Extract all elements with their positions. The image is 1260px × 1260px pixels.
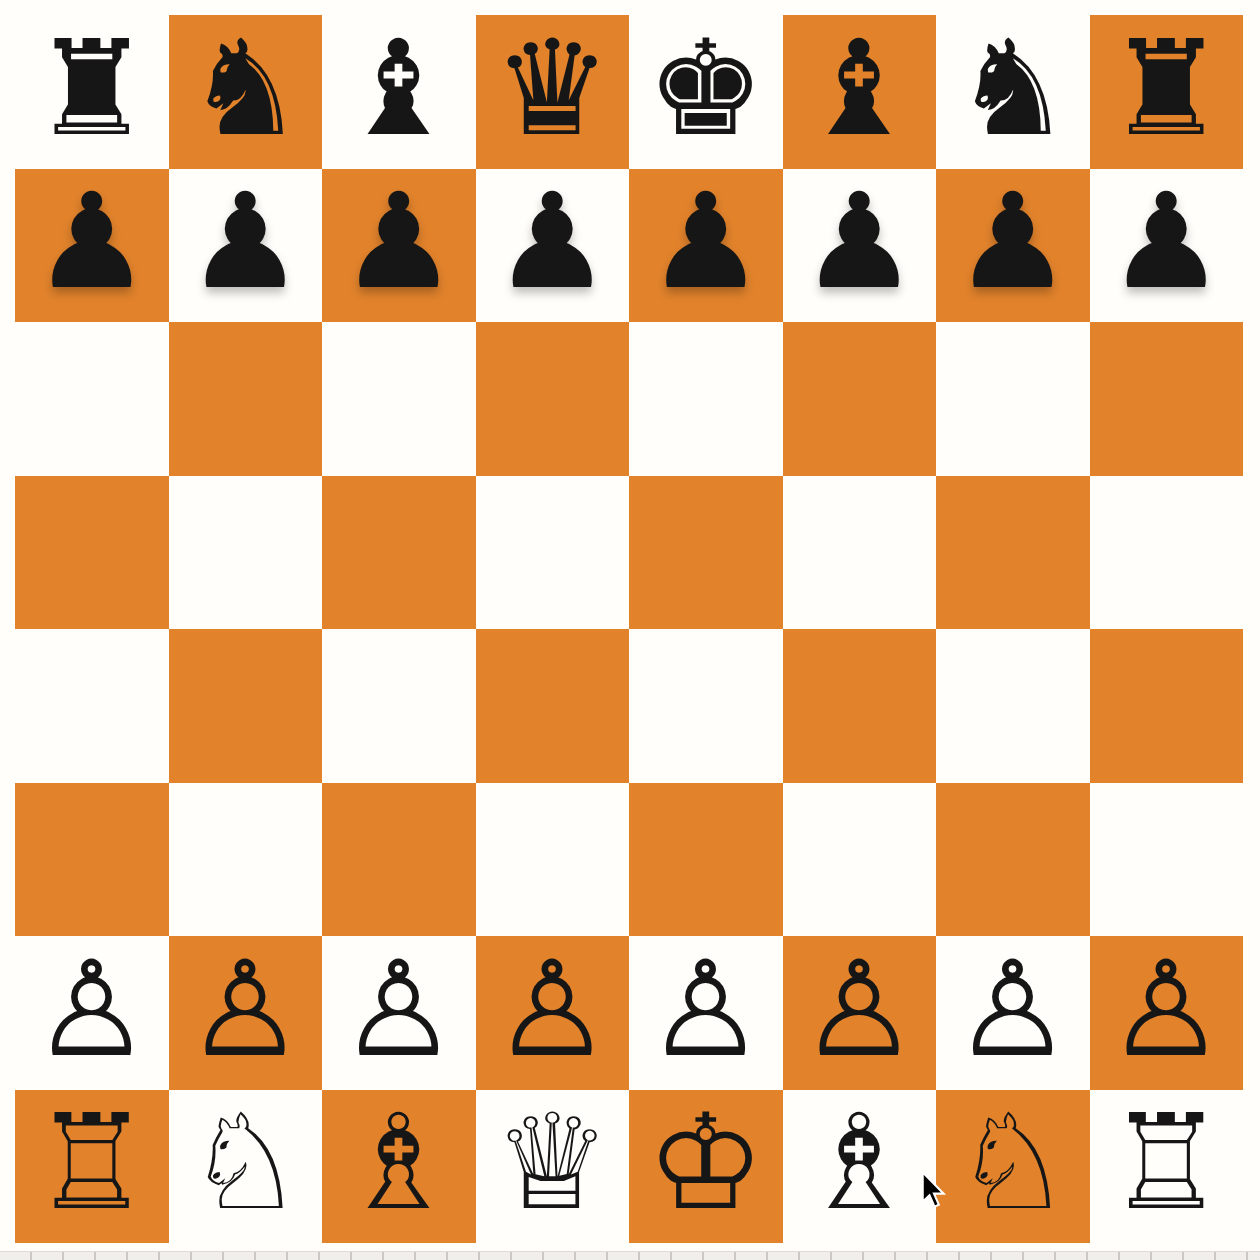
square-f2[interactable]: ♙ (783, 936, 937, 1090)
square-f5[interactable] (783, 476, 937, 630)
white-pawn-c2[interactable]: ♙ (340, 943, 458, 1075)
white-bishop-f1[interactable]: ♗ (800, 1096, 918, 1228)
square-e2[interactable]: ♙ (629, 936, 783, 1090)
square-d4[interactable] (476, 629, 630, 783)
black-pawn-a7[interactable]: ♟ (33, 175, 151, 307)
black-pawn-d7[interactable]: ♟ (493, 175, 611, 307)
square-h5[interactable] (1090, 476, 1244, 630)
white-king-e1[interactable]: ♔ (647, 1096, 765, 1228)
square-e7[interactable]: ♟ (629, 169, 783, 323)
black-bishop-c8[interactable]: ♝ (340, 22, 458, 154)
white-rook-h1[interactable]: ♖ (1107, 1096, 1225, 1228)
white-pawn-e2[interactable]: ♙ (647, 943, 765, 1075)
square-b2[interactable]: ♙ (169, 936, 323, 1090)
square-a5[interactable] (15, 476, 169, 630)
black-knight-b8[interactable]: ♞ (186, 22, 304, 154)
square-a4[interactable] (15, 629, 169, 783)
square-h6[interactable] (1090, 322, 1244, 476)
square-c1[interactable]: ♗ (322, 1090, 476, 1244)
square-d8[interactable]: ♛ (476, 15, 630, 169)
square-b3[interactable] (169, 783, 323, 937)
square-c8[interactable]: ♝ (322, 15, 476, 169)
black-knight-g8[interactable]: ♞ (954, 22, 1072, 154)
square-d1[interactable]: ♕ (476, 1090, 630, 1244)
black-pawn-g7[interactable]: ♟ (954, 175, 1072, 307)
square-d2[interactable]: ♙ (476, 936, 630, 1090)
square-d6[interactable] (476, 322, 630, 476)
white-pawn-b2[interactable]: ♙ (186, 943, 304, 1075)
square-e6[interactable] (629, 322, 783, 476)
square-c6[interactable] (322, 322, 476, 476)
square-b8[interactable]: ♞ (169, 15, 323, 169)
square-g2[interactable]: ♙ (936, 936, 1090, 1090)
square-e8[interactable]: ♚ (629, 15, 783, 169)
square-b1[interactable]: ♘ (169, 1090, 323, 1244)
square-a3[interactable] (15, 783, 169, 937)
black-rook-h8[interactable]: ♜ (1107, 22, 1225, 154)
black-bishop-f8[interactable]: ♝ (800, 22, 918, 154)
square-g4[interactable] (936, 629, 1090, 783)
square-g8[interactable]: ♞ (936, 15, 1090, 169)
square-f4[interactable] (783, 629, 937, 783)
square-h2[interactable]: ♙ (1090, 936, 1244, 1090)
black-pawn-e7[interactable]: ♟ (647, 175, 765, 307)
square-h7[interactable]: ♟ (1090, 169, 1244, 323)
black-pawn-b7[interactable]: ♟ (186, 175, 304, 307)
square-a1[interactable]: ♖ (15, 1090, 169, 1244)
black-king-e8[interactable]: ♚ (647, 22, 765, 154)
white-rook-a1[interactable]: ♖ (33, 1096, 151, 1228)
square-d5[interactable] (476, 476, 630, 630)
square-f1[interactable]: ♗ (783, 1090, 937, 1244)
square-c4[interactable] (322, 629, 476, 783)
square-d3[interactable] (476, 783, 630, 937)
square-g7[interactable]: ♟ (936, 169, 1090, 323)
square-g5[interactable] (936, 476, 1090, 630)
square-b5[interactable] (169, 476, 323, 630)
white-bishop-c1[interactable]: ♗ (340, 1096, 458, 1228)
square-h3[interactable] (1090, 783, 1244, 937)
white-knight-b1[interactable]: ♘ (186, 1096, 304, 1228)
square-c7[interactable]: ♟ (322, 169, 476, 323)
square-a6[interactable] (15, 322, 169, 476)
square-b7[interactable]: ♟ (169, 169, 323, 323)
white-queen-d1[interactable]: ♕ (493, 1096, 611, 1228)
black-pawn-c7[interactable]: ♟ (340, 175, 458, 307)
white-pawn-a2[interactable]: ♙ (33, 943, 151, 1075)
white-pawn-f2[interactable]: ♙ (800, 943, 918, 1075)
square-g6[interactable] (936, 322, 1090, 476)
square-g1[interactable]: ♘ (936, 1090, 1090, 1244)
square-h1[interactable]: ♖ (1090, 1090, 1244, 1244)
black-queen-d8[interactable]: ♛ (493, 22, 611, 154)
square-c2[interactable]: ♙ (322, 936, 476, 1090)
horizontal-scrollbar[interactable] (0, 1251, 1260, 1260)
square-f8[interactable]: ♝ (783, 15, 937, 169)
square-d7[interactable]: ♟ (476, 169, 630, 323)
page: ♜♞♝♛♚♝♞♜♟♟♟♟♟♟♟♟♙♙♙♙♙♙♙♙♖♘♗♕♔♗♘♖ (0, 0, 1260, 1260)
square-g3[interactable] (936, 783, 1090, 937)
white-pawn-g2[interactable]: ♙ (954, 943, 1072, 1075)
square-e5[interactable] (629, 476, 783, 630)
black-pawn-h7[interactable]: ♟ (1107, 175, 1225, 307)
square-e4[interactable] (629, 629, 783, 783)
black-rook-a8[interactable]: ♜ (33, 22, 151, 154)
square-f6[interactable] (783, 322, 937, 476)
square-e3[interactable] (629, 783, 783, 937)
square-a8[interactable]: ♜ (15, 15, 169, 169)
square-f3[interactable] (783, 783, 937, 937)
white-pawn-d2[interactable]: ♙ (493, 943, 611, 1075)
square-f7[interactable]: ♟ (783, 169, 937, 323)
white-knight-g1[interactable]: ♘ (954, 1096, 1072, 1228)
square-b6[interactable] (169, 322, 323, 476)
square-a7[interactable]: ♟ (15, 169, 169, 323)
square-b4[interactable] (169, 629, 323, 783)
square-e1[interactable]: ♔ (629, 1090, 783, 1244)
square-c5[interactable] (322, 476, 476, 630)
black-pawn-f7[interactable]: ♟ (800, 175, 918, 307)
square-h4[interactable] (1090, 629, 1244, 783)
white-pawn-h2[interactable]: ♙ (1107, 943, 1225, 1075)
square-h8[interactable]: ♜ (1090, 15, 1244, 169)
square-a2[interactable]: ♙ (15, 936, 169, 1090)
square-c3[interactable] (322, 783, 476, 937)
chess-board: ♜♞♝♛♚♝♞♜♟♟♟♟♟♟♟♟♙♙♙♙♙♙♙♙♖♘♗♕♔♗♘♖ (15, 15, 1243, 1243)
